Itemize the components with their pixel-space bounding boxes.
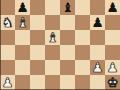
piece-white-pawn[interactable]: ♟ [0,75,15,90]
piece-white-king[interactable]: ♚ [105,75,120,90]
square-c5[interactable] [30,45,45,60]
square-d4[interactable] [45,60,60,75]
square-g5[interactable] [90,45,105,60]
square-c7[interactable] [30,15,45,30]
piece-black-pawn[interactable]: ♟ [105,0,120,15]
square-c4[interactable] [30,60,45,75]
piece-white-bishop[interactable]: ♝ [15,15,30,30]
board-grid: ♟♝♟♞♝♟♝♟♟♟♚ [0,0,120,90]
square-b3[interactable] [15,75,30,90]
square-e5[interactable] [60,45,75,60]
square-b6[interactable] [15,30,30,45]
square-b5[interactable] [15,45,30,60]
square-f4[interactable] [75,60,90,75]
piece-black-pawn[interactable]: ♟ [15,0,30,15]
square-g4[interactable]: ♟ [90,60,105,75]
square-e6[interactable] [60,30,75,45]
square-g3[interactable] [90,75,105,90]
square-b4[interactable] [15,60,30,75]
square-f5[interactable] [75,45,90,60]
square-f3[interactable] [75,75,90,90]
square-h4[interactable]: ♟ [105,60,120,75]
square-a6[interactable] [0,30,15,45]
piece-white-knight[interactable]: ♞ [0,15,15,30]
square-a7[interactable]: ♞ [0,15,15,30]
square-f7[interactable] [75,15,90,30]
square-e8[interactable]: ♝ [60,0,75,15]
square-h7[interactable] [105,15,120,30]
square-h6[interactable] [105,30,120,45]
square-g8[interactable] [90,0,105,15]
square-a5[interactable] [0,45,15,60]
square-a3[interactable]: ♟ [0,75,15,90]
square-e3[interactable] [60,75,75,90]
square-b7[interactable]: ♝ [15,15,30,30]
square-a4[interactable] [0,60,15,75]
piece-white-pawn[interactable]: ♟ [90,60,105,75]
square-c6[interactable] [30,30,45,45]
square-c8[interactable] [30,0,45,15]
square-d6[interactable]: ♝ [45,30,60,45]
square-d3[interactable] [45,75,60,90]
square-a8[interactable] [0,0,15,15]
square-d8[interactable] [45,0,60,15]
square-f6[interactable] [75,30,90,45]
square-c3[interactable] [30,75,45,90]
square-d5[interactable] [45,45,60,60]
chess-board: ♟♝♟♞♝♟♝♟♟♟♚ [0,0,120,90]
square-e4[interactable] [60,60,75,75]
square-g7[interactable]: ♟ [90,15,105,30]
square-f8[interactable] [75,0,90,15]
square-d7[interactable] [45,15,60,30]
square-b8[interactable]: ♟ [15,0,30,15]
square-h8[interactable]: ♟ [105,0,120,15]
square-h3[interactable]: ♚ [105,75,120,90]
square-h5[interactable] [105,45,120,60]
square-e7[interactable] [60,15,75,30]
piece-white-pawn[interactable]: ♟ [105,60,120,75]
square-g6[interactable] [90,30,105,45]
piece-black-pawn[interactable]: ♟ [90,15,105,30]
piece-white-bishop[interactable]: ♝ [45,30,60,45]
piece-black-bishop[interactable]: ♝ [60,0,75,15]
